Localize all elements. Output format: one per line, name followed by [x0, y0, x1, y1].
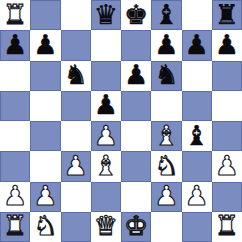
square-h5[interactable]	[212, 91, 242, 121]
square-h4[interactable]	[212, 121, 242, 151]
white-king[interactable]: ♚	[124, 212, 148, 239]
black-bishop[interactable]: ♝	[154, 1, 178, 28]
black-rook[interactable]: ♜	[215, 1, 239, 28]
black-pawn[interactable]: ♟	[3, 31, 27, 58]
square-f1[interactable]	[151, 212, 181, 242]
chess-board: ♜♛♚♝♜♟♟♟♟♟♞♟♞♟♟♝♝♟♝♞♟♟♟♟♟♜♞♛♚♜	[0, 0, 242, 242]
white-rook[interactable]: ♜	[3, 212, 27, 239]
square-e1[interactable]: ♚	[121, 212, 151, 242]
square-g3[interactable]	[182, 151, 212, 181]
square-e6[interactable]: ♟	[121, 61, 151, 91]
square-b2[interactable]: ♟	[30, 182, 60, 212]
black-pawn[interactable]: ♟	[33, 31, 57, 58]
white-knight[interactable]: ♞	[33, 212, 57, 239]
square-d1[interactable]: ♛	[91, 212, 121, 242]
square-h6[interactable]	[212, 61, 242, 91]
white-pawn[interactable]: ♟	[33, 182, 57, 209]
square-h7[interactable]: ♟	[212, 30, 242, 60]
square-e7[interactable]	[121, 30, 151, 60]
square-d7[interactable]	[91, 30, 121, 60]
square-f5[interactable]	[151, 91, 181, 121]
square-a1[interactable]: ♜	[0, 212, 30, 242]
square-c4[interactable]	[61, 121, 91, 151]
square-b3[interactable]	[30, 151, 60, 181]
square-c3[interactable]: ♟	[61, 151, 91, 181]
black-knight[interactable]: ♞	[154, 61, 178, 88]
square-a3[interactable]	[0, 151, 30, 181]
square-f2[interactable]: ♟	[151, 182, 181, 212]
square-f7[interactable]: ♟	[151, 30, 181, 60]
square-b7[interactable]: ♟	[30, 30, 60, 60]
white-pawn[interactable]: ♟	[154, 182, 178, 209]
black-pawn[interactable]: ♟	[94, 91, 118, 118]
black-pawn[interactable]: ♟	[154, 31, 178, 58]
black-pawn[interactable]: ♟	[185, 31, 209, 58]
square-f8[interactable]: ♝	[151, 0, 181, 30]
square-a2[interactable]: ♟	[0, 182, 30, 212]
square-h2[interactable]	[212, 182, 242, 212]
square-b1[interactable]: ♞	[30, 212, 60, 242]
square-h1[interactable]: ♜	[212, 212, 242, 242]
square-c2[interactable]	[61, 182, 91, 212]
square-d2[interactable]	[91, 182, 121, 212]
square-d8[interactable]: ♛	[91, 0, 121, 30]
square-d5[interactable]: ♟	[91, 91, 121, 121]
square-a7[interactable]: ♟	[0, 30, 30, 60]
square-f3[interactable]: ♞	[151, 151, 181, 181]
white-pawn[interactable]: ♟	[215, 152, 239, 179]
square-g6[interactable]	[182, 61, 212, 91]
square-d4[interactable]: ♟	[91, 121, 121, 151]
square-a6[interactable]	[0, 61, 30, 91]
square-e3[interactable]	[121, 151, 151, 181]
square-b8[interactable]	[30, 0, 60, 30]
white-rook[interactable]: ♜	[3, 1, 27, 28]
black-pawn[interactable]: ♟	[124, 61, 148, 88]
square-g2[interactable]: ♟	[182, 182, 212, 212]
square-g7[interactable]: ♟	[182, 30, 212, 60]
square-f4[interactable]: ♝	[151, 121, 181, 151]
square-d3[interactable]: ♝	[91, 151, 121, 181]
square-h3[interactable]: ♟	[212, 151, 242, 181]
square-g1[interactable]	[182, 212, 212, 242]
square-e4[interactable]	[121, 121, 151, 151]
square-a4[interactable]	[0, 121, 30, 151]
black-knight[interactable]: ♞	[64, 61, 88, 88]
black-king[interactable]: ♚	[124, 1, 148, 28]
white-pawn[interactable]: ♟	[3, 182, 27, 209]
white-pawn[interactable]: ♟	[185, 182, 209, 209]
white-bishop[interactable]: ♝	[94, 152, 118, 179]
white-pawn[interactable]: ♟	[94, 122, 118, 149]
square-c5[interactable]	[61, 91, 91, 121]
square-c7[interactable]	[61, 30, 91, 60]
square-a5[interactable]	[0, 91, 30, 121]
black-bishop[interactable]: ♝	[185, 122, 209, 149]
square-c8[interactable]	[61, 0, 91, 30]
white-bishop[interactable]: ♝	[154, 122, 178, 149]
black-pawn[interactable]: ♟	[215, 31, 239, 58]
square-e5[interactable]	[121, 91, 151, 121]
square-c6[interactable]: ♞	[61, 61, 91, 91]
square-b6[interactable]	[30, 61, 60, 91]
square-e8[interactable]: ♚	[121, 0, 151, 30]
white-rook[interactable]: ♜	[215, 212, 239, 239]
square-e2[interactable]	[121, 182, 151, 212]
white-queen[interactable]: ♛	[94, 212, 118, 239]
square-g8[interactable]	[182, 0, 212, 30]
black-queen[interactable]: ♛	[94, 1, 118, 28]
white-knight[interactable]: ♞	[154, 152, 178, 179]
square-a8[interactable]: ♜	[0, 0, 30, 30]
square-g4[interactable]: ♝	[182, 121, 212, 151]
white-pawn[interactable]: ♟	[64, 152, 88, 179]
square-g5[interactable]	[182, 91, 212, 121]
square-f6[interactable]: ♞	[151, 61, 181, 91]
square-b5[interactable]	[30, 91, 60, 121]
square-h8[interactable]: ♜	[212, 0, 242, 30]
square-c1[interactable]	[61, 212, 91, 242]
square-d6[interactable]	[91, 61, 121, 91]
square-b4[interactable]	[30, 121, 60, 151]
